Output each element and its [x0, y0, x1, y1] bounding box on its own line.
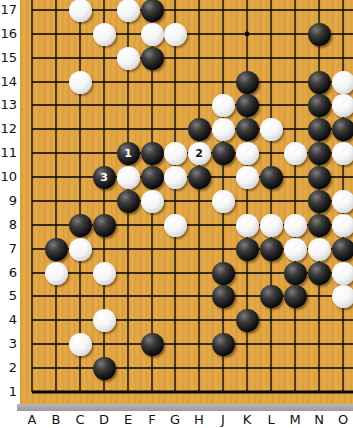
stone-white-E15[interactable]	[117, 47, 140, 70]
row-label-8: 8	[0, 217, 17, 232]
col-label-F: F	[142, 412, 162, 427]
stone-black-N9[interactable]	[308, 190, 331, 213]
stone-white-J9[interactable]	[212, 190, 235, 213]
col-label-N: N	[309, 412, 329, 427]
row-label-5: 5	[0, 288, 17, 303]
stone-white-N7[interactable]	[308, 238, 331, 261]
stone-black-J5[interactable]	[212, 285, 235, 308]
stone-black-N16[interactable]	[308, 23, 331, 46]
row-label-4: 4	[0, 312, 17, 327]
stone-white-D6[interactable]	[93, 262, 116, 285]
stone-white-C14[interactable]	[69, 71, 92, 94]
stone-white-G10[interactable]	[164, 166, 187, 189]
stone-white-O6[interactable]	[332, 262, 353, 285]
stone-black-K13[interactable]	[236, 94, 259, 117]
stone-white-G16[interactable]	[164, 23, 187, 46]
stone-white-G8[interactable]	[164, 214, 187, 237]
stone-black-M5[interactable]	[284, 285, 307, 308]
star-point-K16	[245, 32, 250, 37]
stone-black-F15[interactable]	[141, 47, 164, 70]
col-label-M: M	[285, 412, 305, 427]
stone-black-K14[interactable]	[236, 71, 259, 94]
stone-black-D8[interactable]	[93, 214, 116, 237]
stone-black-B7[interactable]	[45, 238, 68, 261]
stone-black-L7[interactable]	[260, 238, 283, 261]
stone-white-C17[interactable]	[69, 0, 92, 22]
stone-black-F11[interactable]	[141, 142, 164, 165]
row-label-1: 1	[0, 384, 17, 399]
stone-black-K12[interactable]	[236, 118, 259, 141]
stone-black-E9[interactable]	[117, 190, 140, 213]
row-label-6: 6	[0, 265, 17, 280]
stone-black-M6[interactable]	[284, 262, 307, 285]
stone-white-K8[interactable]	[236, 214, 259, 237]
stone-black-C8[interactable]	[69, 214, 92, 237]
stone-black-L5[interactable]	[260, 285, 283, 308]
stone-black-K7[interactable]	[236, 238, 259, 261]
stone-white-F16[interactable]	[141, 23, 164, 46]
stone-white-O8[interactable]	[332, 214, 353, 237]
stone-black-J11[interactable]	[212, 142, 235, 165]
stone-black-L10[interactable]	[260, 166, 283, 189]
col-label-C: C	[70, 412, 90, 427]
stone-black-F17[interactable]	[141, 0, 164, 22]
stone-white-O11[interactable]	[332, 142, 353, 165]
row-label-16: 16	[0, 26, 17, 41]
move-number-3: 3	[100, 172, 108, 183]
stone-white-B6[interactable]	[45, 262, 68, 285]
stone-white-M7[interactable]	[284, 238, 307, 261]
row-label-10: 10	[0, 169, 17, 184]
row-label-14: 14	[0, 74, 17, 89]
stone-black-N14[interactable]	[308, 71, 331, 94]
row-label-17: 17	[0, 2, 17, 17]
stone-black-D10[interactable]: 3	[93, 166, 116, 189]
col-label-J: J	[213, 412, 233, 427]
stone-black-N6[interactable]	[308, 262, 331, 285]
stone-white-G11[interactable]	[164, 142, 187, 165]
stone-white-J12[interactable]	[212, 118, 235, 141]
stone-white-O9[interactable]	[332, 190, 353, 213]
stone-white-E17[interactable]	[117, 0, 140, 22]
stone-black-F10[interactable]	[141, 166, 164, 189]
stone-white-M8[interactable]	[284, 214, 307, 237]
stone-white-H11[interactable]: 2	[188, 142, 211, 165]
stone-black-D2[interactable]	[93, 357, 116, 380]
stone-white-O14[interactable]	[332, 71, 353, 94]
col-label-D: D	[94, 412, 114, 427]
stone-white-C7[interactable]	[69, 238, 92, 261]
stone-black-H10[interactable]	[188, 166, 211, 189]
stone-white-L12[interactable]	[260, 118, 283, 141]
stone-white-O5[interactable]	[332, 285, 353, 308]
row-label-15: 15	[0, 50, 17, 65]
stone-white-J13[interactable]	[212, 94, 235, 117]
col-label-G: G	[165, 412, 185, 427]
row-label-3: 3	[0, 336, 17, 351]
stone-black-O7[interactable]	[332, 238, 353, 261]
row-label-11: 11	[0, 145, 17, 160]
stone-black-N13[interactable]	[308, 94, 331, 117]
stone-black-E11[interactable]: 1	[117, 142, 140, 165]
stone-black-J6[interactable]	[212, 262, 235, 285]
stone-black-N11[interactable]	[308, 142, 331, 165]
stone-black-J3[interactable]	[212, 333, 235, 356]
stone-white-D16[interactable]	[93, 23, 116, 46]
stone-white-C3[interactable]	[69, 333, 92, 356]
stone-white-M11[interactable]	[284, 142, 307, 165]
stone-black-O12[interactable]	[332, 118, 353, 141]
stone-black-N12[interactable]	[308, 118, 331, 141]
stone-white-L8[interactable]	[260, 214, 283, 237]
stone-black-H12[interactable]	[188, 118, 211, 141]
stone-white-E10[interactable]	[117, 166, 140, 189]
stone-black-N8[interactable]	[308, 214, 331, 237]
stone-black-F3[interactable]	[141, 333, 164, 356]
col-label-O: O	[333, 412, 353, 427]
col-label-B: B	[46, 412, 66, 427]
stone-white-F9[interactable]	[141, 190, 164, 213]
row-label-2: 2	[0, 360, 17, 375]
stone-white-O13[interactable]	[332, 94, 353, 117]
go-board-viewer: 123 1716151413121110987654321ABCDEFGHJKL…	[0, 0, 353, 428]
row-label-12: 12	[0, 121, 17, 136]
col-label-A: A	[22, 412, 42, 427]
stone-black-N10[interactable]	[308, 166, 331, 189]
col-label-L: L	[261, 412, 281, 427]
stone-black-K4[interactable]	[236, 309, 259, 332]
move-number-2: 2	[195, 148, 203, 159]
row-label-13: 13	[0, 97, 17, 112]
stone-white-D4[interactable]	[93, 309, 116, 332]
row-label-7: 7	[0, 241, 17, 256]
stone-white-K11[interactable]	[236, 142, 259, 165]
row-label-9: 9	[0, 193, 17, 208]
col-label-K: K	[237, 412, 257, 427]
col-label-E: E	[118, 412, 138, 427]
stone-white-K10[interactable]	[236, 166, 259, 189]
move-number-1: 1	[124, 148, 132, 159]
col-label-H: H	[189, 412, 209, 427]
